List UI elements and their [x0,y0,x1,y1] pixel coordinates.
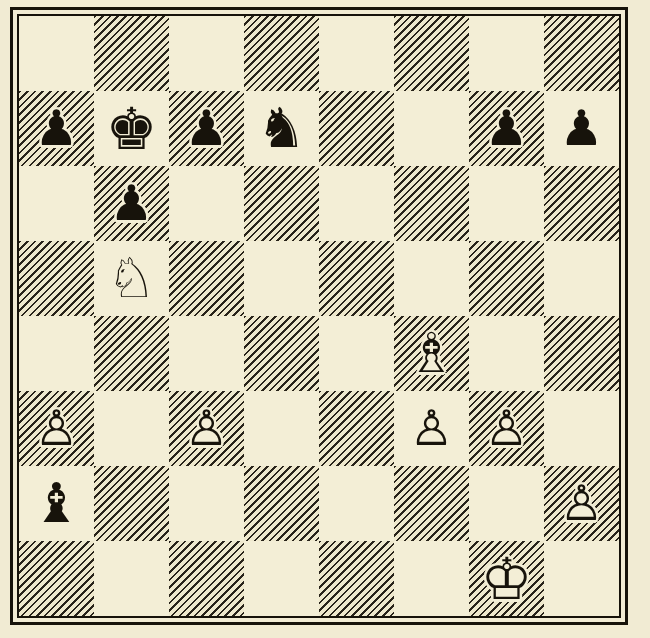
square-b5: ♞♘ [94,241,169,316]
square-e8 [319,16,394,91]
square-h8 [544,16,619,91]
piece-fill-underlay: ♟ [169,391,244,466]
square-h2: ♟♙ [544,466,619,541]
piece-black-bishop: ♝ [19,466,94,541]
book-page: ♟♚♟♞♟♟♟♞♘♝♗♟♙♟♙♟♙♟♙♝♟♙♚♔ [0,0,650,638]
piece-black-pawn: ♟ [19,91,94,166]
piece-white-pawn: ♙ [19,391,94,466]
square-a3: ♟♙ [19,391,94,466]
square-c1 [169,541,244,616]
square-c7: ♟ [169,91,244,166]
square-g6 [469,166,544,241]
square-f8 [394,16,469,91]
square-b8 [94,16,169,91]
piece-fill-underlay: ♟ [394,391,469,466]
square-d2 [244,466,319,541]
square-h3 [544,391,619,466]
square-c3: ♟♙ [169,391,244,466]
piece-black-pawn: ♟ [544,91,619,166]
piece-black-king: ♚ [94,91,169,166]
square-e7 [319,91,394,166]
board-inner-frame: ♟♚♟♞♟♟♟♞♘♝♗♟♙♟♙♟♙♟♙♝♟♙♚♔ [17,14,621,618]
square-b6: ♟ [94,166,169,241]
square-g8 [469,16,544,91]
square-e5 [319,241,394,316]
piece-black-knight: ♞ [244,91,319,166]
square-g3: ♟♙ [469,391,544,466]
square-f7 [394,91,469,166]
piece-white-pawn: ♙ [544,466,619,541]
square-h4 [544,316,619,391]
piece-fill-underlay: ♟ [544,466,619,541]
square-b3 [94,391,169,466]
piece-black-pawn: ♟ [169,91,244,166]
piece-fill-underlay: ♚ [469,541,544,616]
square-a7: ♟ [19,91,94,166]
square-g4 [469,316,544,391]
square-c6 [169,166,244,241]
square-g7: ♟ [469,91,544,166]
square-b7: ♚ [94,91,169,166]
square-f4: ♝♗ [394,316,469,391]
piece-fill-underlay: ♟ [19,391,94,466]
square-f1 [394,541,469,616]
piece-fill-underlay: ♟ [469,391,544,466]
piece-black-pawn: ♟ [94,166,169,241]
piece-white-bishop: ♗ [394,316,469,391]
square-a2: ♝ [19,466,94,541]
piece-white-pawn: ♙ [169,391,244,466]
square-c8 [169,16,244,91]
square-d1 [244,541,319,616]
square-h6 [544,166,619,241]
piece-white-king: ♔ [469,541,544,616]
square-a6 [19,166,94,241]
piece-white-knight: ♘ [94,241,169,316]
square-d3 [244,391,319,466]
square-h1 [544,541,619,616]
square-f6 [394,166,469,241]
chess-board: ♟♚♟♞♟♟♟♞♘♝♗♟♙♟♙♟♙♟♙♝♟♙♚♔ [19,16,619,616]
square-b4 [94,316,169,391]
piece-black-pawn: ♟ [469,91,544,166]
square-e1 [319,541,394,616]
square-g5 [469,241,544,316]
square-c5 [169,241,244,316]
square-f2 [394,466,469,541]
square-h7: ♟ [544,91,619,166]
square-f5 [394,241,469,316]
square-b1 [94,541,169,616]
square-b2 [94,466,169,541]
piece-white-pawn: ♙ [469,391,544,466]
square-g1: ♚♔ [469,541,544,616]
square-c4 [169,316,244,391]
square-h5 [544,241,619,316]
square-f3: ♟♙ [394,391,469,466]
piece-fill-underlay: ♞ [94,241,169,316]
square-e4 [319,316,394,391]
square-d6 [244,166,319,241]
square-d5 [244,241,319,316]
piece-fill-underlay: ♝ [394,316,469,391]
square-a4 [19,316,94,391]
square-d4 [244,316,319,391]
square-c2 [169,466,244,541]
square-a8 [19,16,94,91]
square-a5 [19,241,94,316]
square-e6 [319,166,394,241]
square-e3 [319,391,394,466]
square-e2 [319,466,394,541]
square-g2 [469,466,544,541]
board-outer-frame: ♟♚♟♞♟♟♟♞♘♝♗♟♙♟♙♟♙♟♙♝♟♙♚♔ [10,7,628,625]
square-d7: ♞ [244,91,319,166]
piece-white-pawn: ♙ [394,391,469,466]
square-a1 [19,541,94,616]
square-d8 [244,16,319,91]
